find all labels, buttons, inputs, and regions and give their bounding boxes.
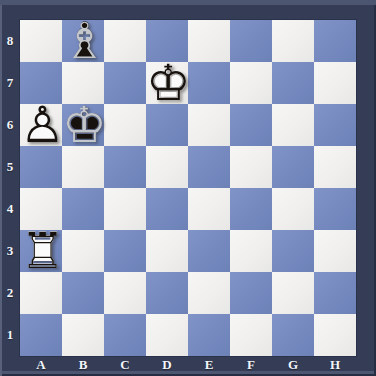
square-f8[interactable] xyxy=(230,20,272,62)
black-bishop-outline-glyph: ♗ xyxy=(62,20,104,62)
square-g7[interactable] xyxy=(272,62,314,104)
square-c1[interactable] xyxy=(104,314,146,356)
rank-label-7: 7 xyxy=(0,62,20,104)
white-rook-glyph: ♜ xyxy=(20,230,62,272)
square-a1[interactable] xyxy=(20,314,62,356)
square-e7[interactable] xyxy=(188,62,230,104)
square-e3[interactable] xyxy=(188,230,230,272)
piece-black-bishop-b8[interactable]: ♝♗ xyxy=(62,20,104,62)
square-d5[interactable] xyxy=(146,146,188,188)
square-d3[interactable] xyxy=(146,230,188,272)
square-e6[interactable] xyxy=(188,104,230,146)
square-c8[interactable] xyxy=(104,20,146,62)
square-d6[interactable] xyxy=(146,104,188,146)
white-king-outline-glyph: ♔ xyxy=(146,62,188,104)
square-f4[interactable] xyxy=(230,188,272,230)
white-pawn-glyph: ♟ xyxy=(20,104,62,146)
square-g1[interactable] xyxy=(272,314,314,356)
square-g2[interactable] xyxy=(272,272,314,314)
rank-label-3: 3 xyxy=(0,230,20,272)
square-f3[interactable] xyxy=(230,230,272,272)
file-label-c: C xyxy=(104,356,146,374)
square-e8[interactable] xyxy=(188,20,230,62)
piece-white-rook-a3[interactable]: ♜♖ xyxy=(20,230,62,272)
square-b1[interactable] xyxy=(62,314,104,356)
square-b3[interactable] xyxy=(62,230,104,272)
square-a5[interactable] xyxy=(20,146,62,188)
piece-white-pawn-a6[interactable]: ♟♙ xyxy=(20,104,62,146)
square-f2[interactable] xyxy=(230,272,272,314)
file-label-g: G xyxy=(272,356,314,374)
square-d4[interactable] xyxy=(146,188,188,230)
square-b5[interactable] xyxy=(62,146,104,188)
square-h5[interactable] xyxy=(314,146,356,188)
square-h7[interactable] xyxy=(314,62,356,104)
white-king-glyph: ♚ xyxy=(146,62,188,104)
square-f7[interactable] xyxy=(230,62,272,104)
square-h6[interactable] xyxy=(314,104,356,146)
file-label-h: H xyxy=(314,356,356,374)
file-label-b: B xyxy=(62,356,104,374)
square-d1[interactable] xyxy=(146,314,188,356)
square-a2[interactable] xyxy=(20,272,62,314)
square-g6[interactable] xyxy=(272,104,314,146)
white-rook-outline-glyph: ♖ xyxy=(20,230,62,272)
square-a7[interactable] xyxy=(20,62,62,104)
square-e4[interactable] xyxy=(188,188,230,230)
square-h3[interactable] xyxy=(314,230,356,272)
chess-board xyxy=(20,20,356,356)
rank-label-5: 5 xyxy=(0,146,20,188)
square-h8[interactable] xyxy=(314,20,356,62)
file-label-f: F xyxy=(230,356,272,374)
square-d8[interactable] xyxy=(146,20,188,62)
black-king-outline-glyph: ♔ xyxy=(62,104,104,146)
square-b4[interactable] xyxy=(62,188,104,230)
square-g4[interactable] xyxy=(272,188,314,230)
piece-black-king-b6[interactable]: ♚♔ xyxy=(62,104,104,146)
square-e2[interactable] xyxy=(188,272,230,314)
square-h1[interactable] xyxy=(314,314,356,356)
rank-label-2: 2 xyxy=(0,272,20,314)
square-c6[interactable] xyxy=(104,104,146,146)
square-c7[interactable] xyxy=(104,62,146,104)
square-f1[interactable] xyxy=(230,314,272,356)
file-label-a: A xyxy=(20,356,62,374)
black-bishop-glyph: ♝ xyxy=(62,20,104,62)
square-e5[interactable] xyxy=(188,146,230,188)
square-b7[interactable] xyxy=(62,62,104,104)
square-f5[interactable] xyxy=(230,146,272,188)
square-a8[interactable] xyxy=(20,20,62,62)
square-c3[interactable] xyxy=(104,230,146,272)
white-pawn-outline-glyph: ♙ xyxy=(20,104,62,146)
square-f6[interactable] xyxy=(230,104,272,146)
rank-label-1: 1 xyxy=(0,314,20,356)
rank-label-8: 8 xyxy=(0,20,20,62)
square-g3[interactable] xyxy=(272,230,314,272)
black-king-glyph: ♚ xyxy=(62,104,104,146)
rank-label-6: 6 xyxy=(0,104,20,146)
square-d2[interactable] xyxy=(146,272,188,314)
square-h2[interactable] xyxy=(314,272,356,314)
file-label-e: E xyxy=(188,356,230,374)
file-label-d: D xyxy=(146,356,188,374)
square-g8[interactable] xyxy=(272,20,314,62)
piece-white-king-d7[interactable]: ♚♔ xyxy=(146,62,188,104)
square-e1[interactable] xyxy=(188,314,230,356)
square-b2[interactable] xyxy=(62,272,104,314)
square-h4[interactable] xyxy=(314,188,356,230)
square-c5[interactable] xyxy=(104,146,146,188)
square-c2[interactable] xyxy=(104,272,146,314)
square-g5[interactable] xyxy=(272,146,314,188)
square-c4[interactable] xyxy=(104,188,146,230)
square-a4[interactable] xyxy=(20,188,62,230)
rank-label-4: 4 xyxy=(0,188,20,230)
chess-board-frame: 87654321ABCDEFGH♝♗♚♔♟♙♚♔♜♖ xyxy=(0,0,376,376)
